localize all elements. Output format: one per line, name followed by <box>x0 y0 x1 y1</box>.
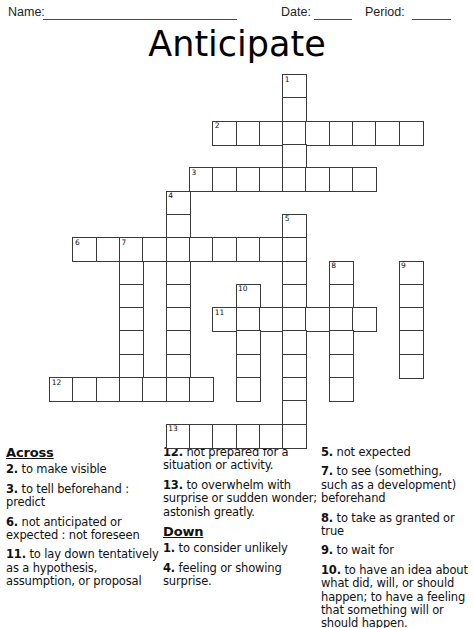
grid-cell-r15c7[interactable] <box>212 424 237 449</box>
cell-number-3: 3 <box>191 169 196 177</box>
grid-cell-r1c10[interactable] <box>282 97 307 122</box>
grid-cell-r11c12[interactable] <box>329 330 354 355</box>
grid-cell-r4c8[interactable] <box>236 167 261 192</box>
grid-cell-r8c10[interactable] <box>282 261 307 286</box>
cell-number-4: 4 <box>168 192 173 200</box>
cell-number-10: 10 <box>238 285 248 293</box>
grid-cell-r11c3[interactable] <box>119 330 144 355</box>
grid-cell-r10c13[interactable] <box>352 307 377 332</box>
grid-cell-r7c10[interactable] <box>282 237 307 262</box>
cell-number-5: 5 <box>285 215 290 223</box>
grid-cell-r15c9[interactable] <box>259 424 284 449</box>
grid-cell-r4c11[interactable] <box>305 167 330 192</box>
clue-down-4: 4. feeling or showing surprise. <box>163 562 319 589</box>
grid-cell-r13c3[interactable] <box>119 377 144 402</box>
grid-cell-r11c10[interactable] <box>282 330 307 355</box>
grid-cell-r2c15[interactable] <box>399 121 424 146</box>
clue-across-11: 11. to lay down tentatively as a hypothe… <box>6 548 160 588</box>
header-fill-in-row: Name: Date: Period: <box>0 5 474 23</box>
grid-cell-r7c7[interactable] <box>212 237 237 262</box>
grid-cell-r0c10[interactable]: 1 <box>282 74 307 99</box>
clue-down-7: 7. to see (something, such as a developm… <box>321 465 471 505</box>
grid-cell-r12c3[interactable] <box>119 354 144 379</box>
worksheet-page: { "game": "crossword", "title": "Anticip… <box>0 0 474 628</box>
grid-cell-r13c5[interactable] <box>166 377 191 402</box>
grid-cell-r13c10[interactable] <box>282 377 307 402</box>
grid-cell-r8c5[interactable] <box>166 261 191 286</box>
crossword-grid: 12345678910111213 <box>50 75 423 448</box>
cell-number-8: 8 <box>331 262 336 270</box>
grid-cell-r4c6[interactable]: 3 <box>189 167 214 192</box>
grid-cell-r7c3[interactable]: 7 <box>119 237 144 262</box>
grid-cell-r12c12[interactable] <box>329 354 354 379</box>
puzzle-title: Anticipate <box>0 24 474 64</box>
grid-cell-r12c15[interactable] <box>399 354 424 379</box>
grid-cell-r10c15[interactable] <box>399 307 424 332</box>
clue-across-2: 2. to make visible <box>6 463 160 476</box>
clue-across-13: 13. to overwhelm with surprise or sudden… <box>163 479 319 519</box>
clue-down-10: 10. to have an idea about what did, will… <box>321 564 471 628</box>
cell-number-6: 6 <box>75 239 80 247</box>
grid-cell-r4c10[interactable] <box>282 167 307 192</box>
grid-cell-r2c13[interactable] <box>352 121 377 146</box>
clue-across-6: 6. not anticipated or expected : not for… <box>6 516 160 543</box>
grid-cell-r4c12[interactable] <box>329 167 354 192</box>
grid-cell-r15c8[interactable] <box>236 424 261 449</box>
grid-cell-r2c10[interactable] <box>282 121 307 146</box>
grid-cell-r2c8[interactable] <box>236 121 261 146</box>
clue-number: 13. <box>163 478 183 492</box>
cell-number-7: 7 <box>122 239 127 247</box>
grid-cell-r10c3[interactable] <box>119 307 144 332</box>
grid-cell-r13c12[interactable] <box>329 377 354 402</box>
clue-number: 3. <box>6 482 18 496</box>
clue-down-9: 9. to wait for <box>321 544 471 557</box>
grid-cell-r7c4[interactable] <box>142 237 167 262</box>
clue-column-down: 5. not expected7. to see (something, suc… <box>321 446 471 628</box>
grid-cell-r12c5[interactable] <box>166 354 191 379</box>
grid-cell-r9c8[interactable]: 10 <box>236 284 261 309</box>
grid-cell-r2c14[interactable] <box>375 121 400 146</box>
grid-cell-r6c10[interactable]: 5 <box>282 214 307 239</box>
name-label: Name: <box>8 5 45 19</box>
grid-cell-r13c2[interactable] <box>96 377 121 402</box>
clue-down-8: 8. to take as granted or true <box>321 512 471 539</box>
grid-cell-r7c2[interactable] <box>96 237 121 262</box>
grid-cell-r15c10[interactable] <box>282 424 307 449</box>
grid-cell-r4c13[interactable] <box>352 167 377 192</box>
grid-cell-r9c12[interactable] <box>329 284 354 309</box>
cell-number-11: 11 <box>215 309 225 317</box>
clue-number: 11. <box>6 547 26 561</box>
clue-across-3: 3. to tell beforehand : predict <box>6 483 160 510</box>
grid-cell-r11c5[interactable] <box>166 330 191 355</box>
grid-cell-r13c6[interactable] <box>189 377 214 402</box>
clue-number: 6. <box>6 515 18 529</box>
grid-cell-r8c3[interactable] <box>119 261 144 286</box>
date-blank-line[interactable] <box>314 6 352 20</box>
grid-cell-r13c4[interactable] <box>142 377 167 402</box>
clue-number: 1. <box>163 541 175 555</box>
grid-cell-r3c10[interactable] <box>282 144 307 169</box>
grid-cell-r10c5[interactable] <box>166 307 191 332</box>
grid-cell-r4c7[interactable] <box>212 167 237 192</box>
clue-number: 2. <box>6 462 18 476</box>
grid-cell-r7c6[interactable] <box>189 237 214 262</box>
grid-cell-r11c8[interactable] <box>236 330 261 355</box>
grid-cell-r8c15[interactable]: 9 <box>399 261 424 286</box>
across-heading: Across <box>6 446 160 459</box>
clue-number: 5. <box>321 445 333 459</box>
cell-number-2: 2 <box>215 122 220 130</box>
cell-number-12: 12 <box>52 379 62 387</box>
date-label: Date: <box>281 5 311 19</box>
clue-number: 9. <box>321 543 333 557</box>
grid-cell-r9c5[interactable] <box>166 284 191 309</box>
cell-number-1: 1 <box>285 76 290 84</box>
grid-cell-r10c7[interactable]: 11 <box>212 307 237 332</box>
cell-number-13: 13 <box>168 425 178 433</box>
grid-cell-r13c0[interactable]: 12 <box>49 377 74 402</box>
clue-down-5: 5. not expected <box>321 446 471 459</box>
grid-cell-r12c8[interactable] <box>236 354 261 379</box>
clue-number: 7. <box>321 464 333 478</box>
grid-cell-r10c12[interactable] <box>329 307 354 332</box>
clue-across-12: 12. not prepared for a situation or acti… <box>163 446 319 473</box>
grid-cell-r11c15[interactable] <box>399 330 424 355</box>
grid-cell-r2c11[interactable] <box>305 121 330 146</box>
grid-cell-r5c5[interactable]: 4 <box>166 191 191 216</box>
grid-cell-r10c10[interactable] <box>282 307 307 332</box>
grid-cell-r9c10[interactable] <box>282 284 307 309</box>
grid-cell-r10c9[interactable] <box>259 307 284 332</box>
down-heading: Down <box>163 525 319 538</box>
period-label: Period: <box>365 5 405 19</box>
clue-column-across: Across2. to make visible3. to tell befor… <box>6 446 160 595</box>
clue-number: 10. <box>321 563 341 577</box>
clue-number: 4. <box>163 561 175 575</box>
cell-number-9: 9 <box>401 262 406 270</box>
grid-cell-r4c9[interactable] <box>259 167 284 192</box>
grid-cell-r9c3[interactable] <box>119 284 144 309</box>
grid-cell-r2c7[interactable]: 2 <box>212 121 237 146</box>
grid-cell-r6c5[interactable] <box>166 214 191 239</box>
grid-cell-r14c10[interactable] <box>282 400 307 425</box>
grid-cell-r13c1[interactable] <box>72 377 97 402</box>
grid-cell-r8c12[interactable]: 8 <box>329 261 354 286</box>
grid-cell-r7c1[interactable]: 6 <box>72 237 97 262</box>
grid-cell-r7c9[interactable] <box>259 237 284 262</box>
grid-cell-r12c10[interactable] <box>282 354 307 379</box>
grid-cell-r10c11[interactable] <box>305 307 330 332</box>
grid-cell-r7c8[interactable] <box>236 237 261 262</box>
grid-cell-r15c5[interactable]: 13 <box>166 424 191 449</box>
clue-number: 8. <box>321 511 333 525</box>
grid-cell-r15c6[interactable] <box>189 424 214 449</box>
clue-column-middle: 12. not prepared for a situation or acti… <box>163 446 319 595</box>
grid-cell-r2c12[interactable] <box>329 121 354 146</box>
clue-down-1: 1. to consider unlikely <box>163 542 319 555</box>
grid-cell-r9c15[interactable] <box>399 284 424 309</box>
grid-cell-r10c8[interactable] <box>236 307 261 332</box>
grid-cell-r2c9[interactable] <box>259 121 284 146</box>
period-blank-line[interactable] <box>412 6 451 20</box>
grid-cell-r7c5[interactable] <box>166 237 191 262</box>
name-blank-line[interactable] <box>43 6 237 20</box>
grid-cell-r13c8[interactable] <box>236 377 261 402</box>
